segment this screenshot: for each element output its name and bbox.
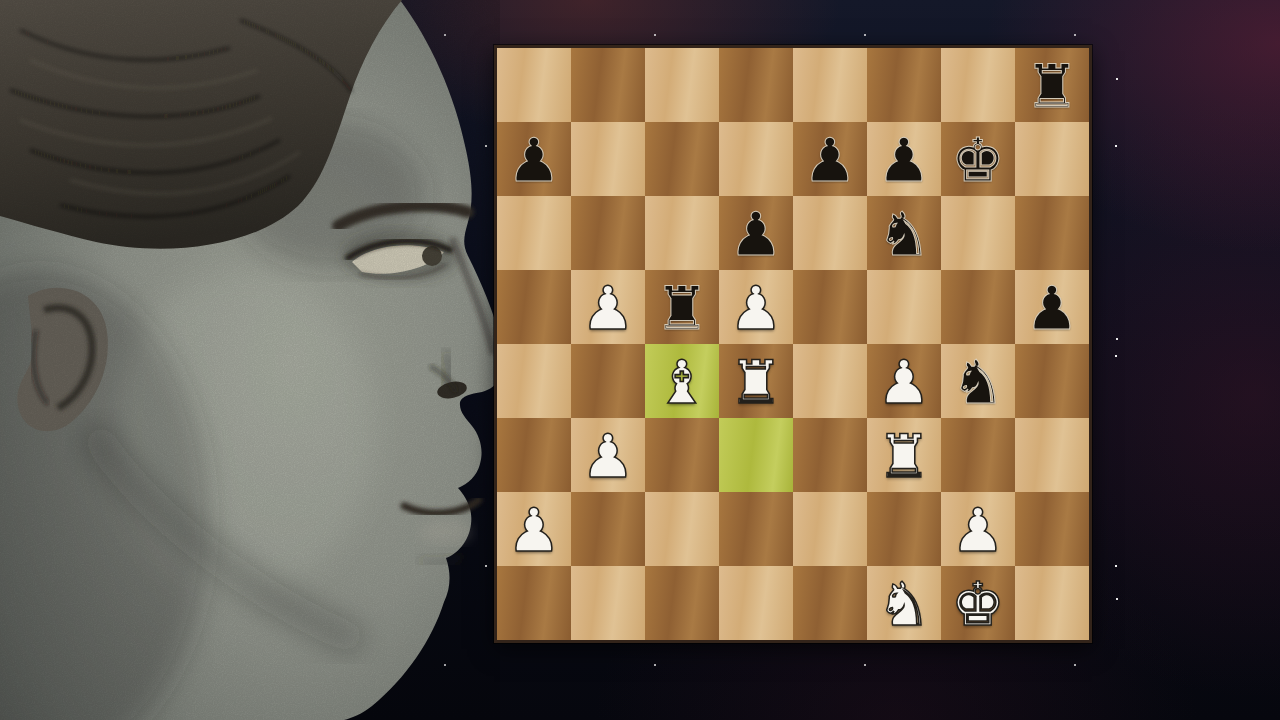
square-c2[interactable] [645,492,719,566]
white-king[interactable]: ♚ [941,566,1015,640]
black-pawn[interactable]: ♟ [1015,270,1089,344]
white-rook[interactable]: ♜ [719,344,793,418]
square-f2[interactable] [867,492,941,566]
square-a1[interactable] [497,566,571,640]
square-b1[interactable] [571,566,645,640]
square-g5[interactable] [941,270,1015,344]
square-h7[interactable] [1015,122,1089,196]
black-king[interactable]: ♚ [941,122,1015,196]
square-c8[interactable] [645,48,719,122]
square-f4[interactable]: ♟ [867,344,941,418]
square-g8[interactable] [941,48,1015,122]
white-pawn[interactable]: ♟ [571,270,645,344]
square-d3[interactable] [719,418,793,492]
square-g6[interactable] [941,196,1015,270]
square-e5[interactable] [793,270,867,344]
square-h3[interactable] [1015,418,1089,492]
square-c6[interactable] [645,196,719,270]
square-f5[interactable] [867,270,941,344]
square-c4[interactable]: ♝ [645,344,719,418]
white-pawn[interactable]: ♟ [497,492,571,566]
white-rook[interactable]: ♜ [867,418,941,492]
square-h1[interactable] [1015,566,1089,640]
square-e7[interactable]: ♟ [793,122,867,196]
square-d2[interactable] [719,492,793,566]
square-h2[interactable] [1015,492,1089,566]
square-e4[interactable] [793,344,867,418]
square-e8[interactable] [793,48,867,122]
white-bishop[interactable]: ♝ [645,344,719,418]
square-f8[interactable] [867,48,941,122]
white-pawn[interactable]: ♟ [941,492,1015,566]
chess-board[interactable]: ♜♟♟♟♚♟♞♟♜♟♟♝♜♟♞♟♜♟♟♞♚ [494,45,1092,643]
square-f7[interactable]: ♟ [867,122,941,196]
black-pawn[interactable]: ♟ [867,122,941,196]
white-pawn[interactable]: ♟ [719,270,793,344]
square-g1[interactable]: ♚ [941,566,1015,640]
square-b7[interactable] [571,122,645,196]
square-e2[interactable] [793,492,867,566]
square-d4[interactable]: ♜ [719,344,793,418]
square-b5[interactable]: ♟ [571,270,645,344]
square-c5[interactable]: ♜ [645,270,719,344]
square-b6[interactable] [571,196,645,270]
square-h5[interactable]: ♟ [1015,270,1089,344]
black-pawn[interactable]: ♟ [719,196,793,270]
square-a7[interactable]: ♟ [497,122,571,196]
white-pawn[interactable]: ♟ [571,418,645,492]
square-f6[interactable]: ♞ [867,196,941,270]
square-c3[interactable] [645,418,719,492]
square-f1[interactable]: ♞ [867,566,941,640]
square-h8[interactable]: ♜ [1015,48,1089,122]
square-h4[interactable] [1015,344,1089,418]
square-c1[interactable] [645,566,719,640]
square-g2[interactable]: ♟ [941,492,1015,566]
square-f3[interactable]: ♜ [867,418,941,492]
square-g4[interactable]: ♞ [941,344,1015,418]
square-b4[interactable] [571,344,645,418]
square-d7[interactable] [719,122,793,196]
square-e1[interactable] [793,566,867,640]
square-b3[interactable]: ♟ [571,418,645,492]
square-a6[interactable] [497,196,571,270]
square-d6[interactable]: ♟ [719,196,793,270]
square-a4[interactable] [497,344,571,418]
square-d5[interactable]: ♟ [719,270,793,344]
black-knight[interactable]: ♞ [941,344,1015,418]
square-e3[interactable] [793,418,867,492]
portrait-photo [0,0,500,720]
black-knight[interactable]: ♞ [867,196,941,270]
square-a2[interactable]: ♟ [497,492,571,566]
square-e6[interactable] [793,196,867,270]
black-pawn[interactable]: ♟ [793,122,867,196]
square-a8[interactable] [497,48,571,122]
square-d8[interactable] [719,48,793,122]
black-pawn[interactable]: ♟ [497,122,571,196]
square-a5[interactable] [497,270,571,344]
square-d1[interactable] [719,566,793,640]
black-rook[interactable]: ♜ [645,270,719,344]
square-g3[interactable] [941,418,1015,492]
white-pawn[interactable]: ♟ [867,344,941,418]
black-rook[interactable]: ♜ [1015,48,1089,122]
square-h6[interactable] [1015,196,1089,270]
square-b8[interactable] [571,48,645,122]
square-b2[interactable] [571,492,645,566]
square-c7[interactable] [645,122,719,196]
square-a3[interactable] [497,418,571,492]
square-g7[interactable]: ♚ [941,122,1015,196]
white-knight[interactable]: ♞ [867,566,941,640]
